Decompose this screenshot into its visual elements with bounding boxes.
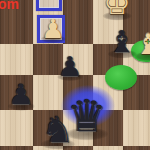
movedot-e4[interactable] xyxy=(105,65,137,90)
square-f3[interactable] xyxy=(63,13,93,44)
square-d7[interactable] xyxy=(123,146,150,150)
square-d6[interactable] xyxy=(123,110,150,146)
chess-board: ♚♟♝♝♟♟♛♞ om xyxy=(0,0,150,150)
square-h4[interactable] xyxy=(0,44,33,75)
square-h7[interactable] xyxy=(0,146,33,150)
lastmove-from-g2 xyxy=(36,0,62,11)
square-h3[interactable] xyxy=(0,13,33,44)
piece-black-pawn-f4[interactable]: ♟ xyxy=(58,53,82,80)
square-f2[interactable] xyxy=(63,0,93,13)
square-h6[interactable] xyxy=(0,110,33,146)
square-e7[interactable] xyxy=(93,146,123,150)
overlay-text: om xyxy=(0,0,19,12)
piece-white-bishop-d3[interactable]: ♝ xyxy=(135,31,150,59)
piece-black-bishop-e3[interactable]: ♝ xyxy=(109,27,136,57)
piece-white-pawn-g3[interactable]: ♟ xyxy=(41,16,64,42)
piece-white-king-e2[interactable]: ♚ xyxy=(104,0,131,19)
piece-black-pawn-h5[interactable]: ♟ xyxy=(8,81,33,109)
piece-black-knight-g6[interactable]: ♞ xyxy=(42,112,74,148)
